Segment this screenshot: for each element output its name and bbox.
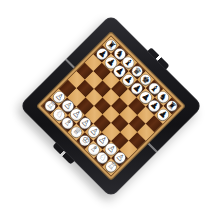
piece-glyph-r: ♜ [166, 100, 178, 112]
piece-glyph-P: ♙ [114, 152, 126, 164]
folding-chess-set: ♜♞♝♛♚♝♞♜♟♟♟♟♟♟♟♟♙♙♙♙♙♙♙♙♖♘♗♕♔♗♘♖ [19, 14, 203, 198]
piece-glyph-R: ♖ [105, 161, 117, 173]
piece-glyph-p: ♟ [157, 109, 169, 121]
frame-seam-right [148, 143, 158, 153]
board-frame: ♜♞♝♛♚♝♞♜♟♟♟♟♟♟♟♟♙♙♙♙♙♙♙♙♖♘♗♕♔♗♘♖ [19, 14, 203, 198]
product-photo-background: ♜♞♝♛♚♝♞♜♟♟♟♟♟♟♟♟♙♙♙♙♙♙♙♙♖♘♗♕♔♗♘♖ [0, 0, 220, 220]
wood-border: ♜♞♝♛♚♝♞♜♟♟♟♟♟♟♟♟♙♙♙♙♙♙♙♙♖♘♗♕♔♗♘♖ [36, 31, 186, 181]
